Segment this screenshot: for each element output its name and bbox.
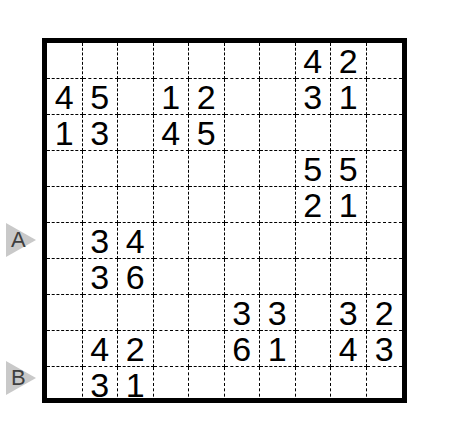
clue-cell[interactable]: 5 (331, 151, 367, 187)
grid-cell[interactable] (225, 367, 261, 402)
grid-cell[interactable] (47, 367, 83, 402)
clue-cell[interactable]: 3 (83, 223, 119, 259)
puzzle-canvas: A B 42451231134555213436333242614331 (0, 0, 449, 440)
clue-cell[interactable]: 4 (154, 115, 190, 151)
clue-cell[interactable]: 2 (367, 295, 403, 331)
grid-cell[interactable] (296, 259, 332, 295)
grid-cell[interactable] (296, 331, 332, 367)
clue-cell[interactable]: 2 (189, 79, 225, 115)
grid-cell[interactable] (260, 187, 296, 223)
grid-cell[interactable] (47, 151, 83, 187)
grid-cell[interactable] (296, 115, 332, 151)
grid-cell[interactable] (47, 331, 83, 367)
grid-cell[interactable] (189, 187, 225, 223)
clue-cell[interactable]: 6 (225, 331, 261, 367)
grid-cell[interactable] (154, 223, 190, 259)
grid-cell[interactable] (225, 187, 261, 223)
grid-cell[interactable] (189, 43, 225, 79)
clue-cell[interactable]: 2 (118, 331, 154, 367)
grid-cell[interactable] (225, 223, 261, 259)
grid-cell[interactable] (189, 367, 225, 402)
clue-cell[interactable]: 3 (225, 295, 261, 331)
grid-cell[interactable] (47, 295, 83, 331)
clue-cell[interactable]: 5 (296, 151, 332, 187)
grid-cell[interactable] (367, 115, 403, 151)
grid-cell[interactable] (260, 151, 296, 187)
grid-cell[interactable] (225, 79, 261, 115)
clue-cell[interactable]: 6 (118, 259, 154, 295)
grid-cell[interactable] (260, 367, 296, 402)
grid-cell[interactable] (83, 43, 119, 79)
grid-cell[interactable] (296, 367, 332, 402)
grid-cell[interactable] (296, 223, 332, 259)
grid-cell[interactable] (47, 187, 83, 223)
clue-cell[interactable]: 1 (331, 187, 367, 223)
grid-cell[interactable] (225, 259, 261, 295)
grid-cell[interactable] (367, 223, 403, 259)
grid-cell[interactable] (154, 331, 190, 367)
grid-cell[interactable] (367, 79, 403, 115)
grid-cell[interactable] (154, 367, 190, 402)
grid-cell[interactable] (260, 43, 296, 79)
grid-cell[interactable] (260, 223, 296, 259)
grid-cell[interactable] (189, 331, 225, 367)
clue-cell[interactable]: 2 (296, 187, 332, 223)
grid-cell[interactable] (260, 115, 296, 151)
answer-row-label: B (11, 367, 26, 389)
grid-cell[interactable] (331, 223, 367, 259)
clue-cell[interactable]: 4 (47, 79, 83, 115)
grid-cell[interactable] (83, 151, 119, 187)
grid-cell[interactable] (367, 43, 403, 79)
clue-cell[interactable]: 3 (367, 331, 403, 367)
clue-cell[interactable]: 4 (331, 331, 367, 367)
grid-cell[interactable] (189, 223, 225, 259)
grid-cell[interactable] (331, 367, 367, 402)
grid-cell[interactable] (118, 295, 154, 331)
grid-cell[interactable] (154, 295, 190, 331)
puzzle-board: 42451231134555213436333242614331 (42, 38, 407, 403)
grid-cell[interactable] (47, 223, 83, 259)
grid-cell[interactable] (118, 187, 154, 223)
clue-cell[interactable]: 5 (189, 115, 225, 151)
clue-cell[interactable]: 3 (296, 79, 332, 115)
grid-cell[interactable] (225, 43, 261, 79)
clue-cell[interactable]: 3 (83, 259, 119, 295)
clue-cell[interactable]: 3 (83, 367, 119, 402)
grid-cell[interactable] (154, 43, 190, 79)
grid-cell[interactable] (225, 151, 261, 187)
grid-cell[interactable] (118, 43, 154, 79)
grid-cell[interactable] (154, 259, 190, 295)
clue-cell[interactable]: 3 (83, 115, 119, 151)
grid-cell[interactable] (118, 79, 154, 115)
grid-cell[interactable] (83, 295, 119, 331)
grid-cell[interactable] (83, 187, 119, 223)
answer-row-label: A (11, 229, 26, 251)
answer-row-marker-b: B (6, 361, 36, 395)
grid-cell[interactable] (367, 151, 403, 187)
grid-cell[interactable] (331, 115, 367, 151)
clue-cell[interactable]: 3 (331, 295, 367, 331)
grid-cell[interactable] (118, 151, 154, 187)
grid-cell[interactable] (296, 295, 332, 331)
clue-cell[interactable]: 5 (83, 79, 119, 115)
grid-cell[interactable] (154, 151, 190, 187)
clue-cell[interactable]: 1 (154, 79, 190, 115)
clue-cell[interactable]: 1 (260, 331, 296, 367)
clue-cell[interactable]: 4 (118, 223, 154, 259)
clue-cell[interactable]: 4 (296, 43, 332, 79)
clue-cell[interactable]: 1 (331, 79, 367, 115)
grid-cell[interactable] (47, 43, 83, 79)
clue-cell[interactable]: 1 (118, 367, 154, 402)
grid-cell[interactable] (118, 115, 154, 151)
grid-cell[interactable] (189, 295, 225, 331)
grid-cell[interactable] (367, 187, 403, 223)
clue-cell[interactable]: 3 (260, 295, 296, 331)
grid-cell[interactable] (331, 259, 367, 295)
grid-cell[interactable] (260, 259, 296, 295)
grid-cell[interactable] (367, 259, 403, 295)
answer-row-marker-a: A (6, 223, 36, 257)
clue-cell[interactable]: 1 (47, 115, 83, 151)
grid-cell[interactable] (367, 367, 403, 402)
clue-cell[interactable]: 4 (83, 331, 119, 367)
grid-cell[interactable] (189, 151, 225, 187)
grid-cell[interactable] (260, 79, 296, 115)
clue-cell[interactable]: 2 (331, 43, 367, 79)
grid-cell[interactable] (47, 259, 83, 295)
grid-cell[interactable] (189, 259, 225, 295)
grid-cell[interactable] (154, 187, 190, 223)
grid-cell[interactable] (225, 115, 261, 151)
